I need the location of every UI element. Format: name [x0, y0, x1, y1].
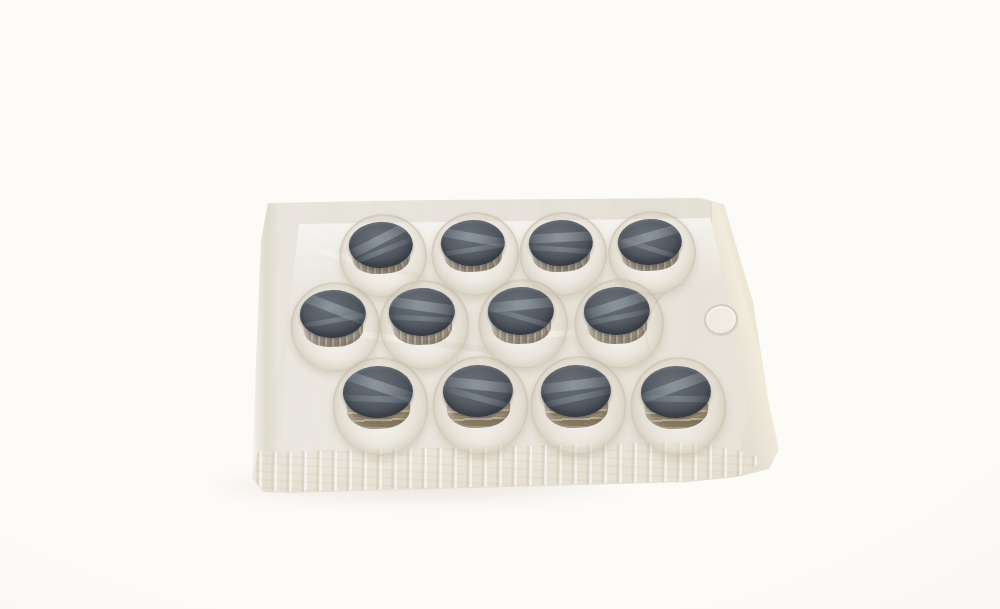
valve-lifter: [342, 365, 412, 367]
wrap-glare: [640, 395, 712, 402]
wrap-glare: [528, 244, 594, 255]
valve-lifter: [388, 287, 454, 289]
valve-lifter: [299, 289, 365, 291]
valve-lifter: [583, 286, 649, 288]
wrap-glare: [528, 231, 594, 244]
wrap-glare: [388, 296, 456, 317]
valve-lifter: [440, 219, 504, 221]
valve-lifter: [487, 286, 553, 288]
valve-lifter: [540, 364, 610, 366]
valve-lifter: [640, 365, 710, 367]
wrap-glare: [388, 314, 456, 324]
wrap-glare: [342, 395, 414, 404]
valve-lifter: [617, 218, 681, 220]
valve-lifter: [348, 221, 412, 223]
valve-lifter: [442, 364, 512, 366]
wrap-glare: [440, 240, 506, 257]
photo-background: [0, 0, 1000, 609]
valve-lifter: [528, 219, 592, 221]
